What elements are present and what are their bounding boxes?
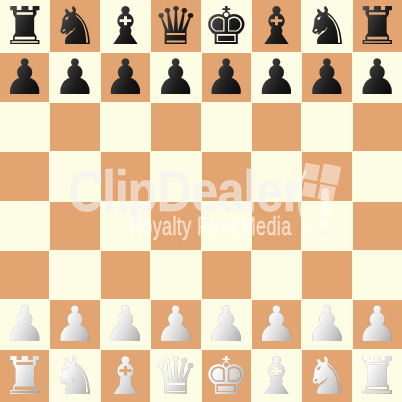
square-c4[interactable] — [101, 202, 150, 250]
square-a5[interactable] — [0, 152, 49, 200]
square-g8[interactable]: ♞ — [302, 0, 351, 52]
square-a7[interactable]: ♟ — [0, 53, 49, 102]
square-f6[interactable] — [252, 103, 301, 151]
piece-white-king: ♚ — [203, 350, 250, 402]
piece-white-pawn: ♟ — [154, 300, 198, 349]
square-c5[interactable] — [101, 152, 150, 200]
piece-black-pawn: ♟ — [305, 53, 349, 102]
square-f3[interactable] — [252, 251, 301, 299]
square-h1[interactable]: ♜ — [353, 350, 402, 402]
square-a8[interactable]: ♜ — [0, 0, 49, 52]
piece-white-pawn: ♟ — [3, 300, 47, 349]
square-h3[interactable] — [353, 251, 402, 299]
square-b2[interactable]: ♟ — [50, 300, 99, 349]
piece-white-queen: ♛ — [153, 350, 200, 402]
square-d7[interactable]: ♟ — [151, 53, 200, 102]
piece-white-rook: ♜ — [1, 350, 48, 402]
square-d4[interactable] — [151, 202, 200, 250]
square-d3[interactable] — [151, 251, 200, 299]
square-b5[interactable] — [50, 152, 99, 200]
square-b1[interactable]: ♞ — [50, 350, 99, 402]
piece-black-pawn: ♟ — [53, 53, 97, 102]
square-e8[interactable]: ♚ — [202, 0, 251, 52]
square-f5[interactable] — [252, 152, 301, 200]
piece-black-knight: ♞ — [52, 0, 99, 52]
piece-white-pawn: ♟ — [103, 300, 147, 349]
piece-black-rook: ♜ — [1, 0, 48, 52]
piece-white-pawn: ♟ — [305, 300, 349, 349]
square-b6[interactable] — [50, 103, 99, 151]
square-a1[interactable]: ♜ — [0, 350, 49, 402]
square-b7[interactable]: ♟ — [50, 53, 99, 102]
square-f2[interactable]: ♟ — [252, 300, 301, 349]
square-e1[interactable]: ♚ — [202, 350, 251, 402]
piece-black-bishop: ♝ — [253, 0, 300, 52]
piece-black-rook: ♜ — [354, 0, 401, 52]
square-c8[interactable]: ♝ — [101, 0, 150, 52]
square-h7[interactable]: ♟ — [353, 53, 402, 102]
piece-white-pawn: ♟ — [204, 300, 248, 349]
square-a6[interactable] — [0, 103, 49, 151]
square-e7[interactable]: ♟ — [202, 53, 251, 102]
square-a2[interactable]: ♟ — [0, 300, 49, 349]
square-d1[interactable]: ♛ — [151, 350, 200, 402]
square-c3[interactable] — [101, 251, 150, 299]
square-e2[interactable]: ♟ — [202, 300, 251, 349]
square-h6[interactable] — [353, 103, 402, 151]
square-g7[interactable]: ♟ — [302, 53, 351, 102]
square-d6[interactable] — [151, 103, 200, 151]
square-d2[interactable]: ♟ — [151, 300, 200, 349]
piece-black-pawn: ♟ — [355, 53, 399, 102]
square-g2[interactable]: ♟ — [302, 300, 351, 349]
piece-black-pawn: ♟ — [3, 53, 47, 102]
square-g4[interactable] — [302, 202, 351, 250]
piece-black-pawn: ♟ — [204, 53, 248, 102]
piece-black-knight: ♞ — [304, 0, 351, 52]
piece-white-bishop: ♝ — [253, 350, 300, 402]
piece-white-pawn: ♟ — [53, 300, 97, 349]
square-e5[interactable] — [202, 152, 251, 200]
piece-black-bishop: ♝ — [102, 0, 149, 52]
square-h5[interactable] — [353, 152, 402, 200]
piece-white-bishop: ♝ — [102, 350, 149, 402]
square-c6[interactable] — [101, 103, 150, 151]
piece-white-pawn: ♟ — [355, 300, 399, 349]
square-d8[interactable]: ♛ — [151, 0, 200, 52]
piece-black-king: ♚ — [203, 0, 250, 52]
square-e6[interactable] — [202, 103, 251, 151]
square-h4[interactable] — [353, 202, 402, 250]
square-g1[interactable]: ♞ — [302, 350, 351, 402]
piece-black-pawn: ♟ — [103, 53, 147, 102]
piece-white-knight: ♞ — [304, 350, 351, 402]
chess-board: ♜♞♝♛♚♝♞♜♟♟♟♟♟♟♟♟♟♟♟♟♟♟♟♟♜♞♝♛♚♝♞♜ — [0, 0, 402, 402]
square-a4[interactable] — [0, 202, 49, 250]
square-e4[interactable] — [202, 202, 251, 250]
square-a3[interactable] — [0, 251, 49, 299]
square-b8[interactable]: ♞ — [50, 0, 99, 52]
piece-black-queen: ♛ — [153, 0, 200, 52]
piece-white-knight: ♞ — [52, 350, 99, 402]
square-c2[interactable]: ♟ — [101, 300, 150, 349]
square-g3[interactable] — [302, 251, 351, 299]
piece-black-pawn: ♟ — [255, 53, 299, 102]
piece-white-pawn: ♟ — [255, 300, 299, 349]
square-f4[interactable] — [252, 202, 301, 250]
square-d5[interactable] — [151, 152, 200, 200]
square-e3[interactable] — [202, 251, 251, 299]
stock-photo-chess-board: ♜♞♝♛♚♝♞♜♟♟♟♟♟♟♟♟♟♟♟♟♟♟♟♟♜♞♝♛♚♝♞♜ ClipDea… — [0, 0, 402, 402]
square-f7[interactable]: ♟ — [252, 53, 301, 102]
square-f1[interactable]: ♝ — [252, 350, 301, 402]
square-c7[interactable]: ♟ — [101, 53, 150, 102]
square-f8[interactable]: ♝ — [252, 0, 301, 52]
square-h2[interactable]: ♟ — [353, 300, 402, 349]
piece-black-pawn: ♟ — [154, 53, 198, 102]
square-h8[interactable]: ♜ — [353, 0, 402, 52]
square-g6[interactable] — [302, 103, 351, 151]
square-b4[interactable] — [50, 202, 99, 250]
square-c1[interactable]: ♝ — [101, 350, 150, 402]
square-g5[interactable] — [302, 152, 351, 200]
piece-white-rook: ♜ — [354, 350, 401, 402]
square-b3[interactable] — [50, 251, 99, 299]
